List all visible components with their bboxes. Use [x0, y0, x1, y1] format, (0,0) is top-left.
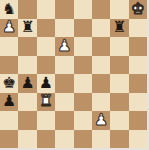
square-f3[interactable]	[92, 93, 110, 112]
square-e1[interactable]	[74, 130, 92, 149]
square-g8[interactable]	[110, 0, 128, 19]
square-c2[interactable]	[37, 111, 55, 130]
square-h2[interactable]	[129, 111, 147, 130]
square-f6[interactable]	[92, 37, 110, 56]
square-c8[interactable]	[37, 0, 55, 19]
square-h5[interactable]	[129, 56, 147, 75]
black-pawn: ♟	[2, 94, 16, 110]
square-c4[interactable]: ♟	[37, 74, 55, 93]
square-b3[interactable]	[18, 93, 36, 112]
white-pawn: ♟	[57, 38, 71, 54]
square-b4[interactable]: ♟	[18, 74, 36, 93]
square-d5[interactable]	[55, 56, 73, 75]
square-c7[interactable]	[37, 19, 55, 38]
square-f7[interactable]	[92, 19, 110, 38]
square-e3[interactable]	[74, 93, 92, 112]
chess-diagram: ♞♚♟♜♜♟♚♟♟♟♜♟	[0, 0, 149, 150]
square-g4[interactable]	[110, 74, 128, 93]
square-e5[interactable]	[74, 56, 92, 75]
square-c3[interactable]: ♜	[37, 93, 55, 112]
square-h4[interactable]	[129, 74, 147, 93]
square-d6[interactable]: ♟	[55, 37, 73, 56]
square-a3[interactable]: ♟	[0, 93, 18, 112]
square-e7[interactable]	[74, 19, 92, 38]
square-g7[interactable]: ♜	[110, 19, 128, 38]
square-b6[interactable]	[18, 37, 36, 56]
black-pawn: ♟	[39, 75, 53, 91]
square-h1[interactable]	[129, 130, 147, 149]
square-c5[interactable]	[37, 56, 55, 75]
square-a1[interactable]	[0, 130, 18, 149]
square-d8[interactable]	[55, 0, 73, 19]
black-knight: ♞	[2, 1, 16, 17]
square-d7[interactable]	[55, 19, 73, 38]
square-h7[interactable]	[129, 19, 147, 38]
square-e8[interactable]	[74, 0, 92, 19]
square-e6[interactable]	[74, 37, 92, 56]
square-a5[interactable]	[0, 56, 18, 75]
square-b7[interactable]: ♜	[18, 19, 36, 38]
square-a4[interactable]: ♚	[0, 74, 18, 93]
square-g3[interactable]	[110, 93, 128, 112]
square-a8[interactable]: ♞	[0, 0, 18, 19]
square-h6[interactable]	[129, 37, 147, 56]
square-h8[interactable]: ♚	[129, 0, 147, 19]
square-g2[interactable]	[110, 111, 128, 130]
black-king: ♚	[2, 75, 16, 91]
white-pawn: ♟	[2, 20, 16, 36]
square-d4[interactable]	[55, 74, 73, 93]
square-f5[interactable]	[92, 56, 110, 75]
black-pawn: ♟	[21, 75, 35, 91]
white-pawn: ♟	[94, 112, 108, 128]
square-b8[interactable]	[18, 0, 36, 19]
square-f8[interactable]	[92, 0, 110, 19]
square-g5[interactable]	[110, 56, 128, 75]
square-b1[interactable]	[18, 130, 36, 149]
square-f1[interactable]	[92, 130, 110, 149]
square-a6[interactable]	[0, 37, 18, 56]
square-g1[interactable]	[110, 130, 128, 149]
black-rook: ♜	[113, 20, 127, 36]
square-d3[interactable]	[55, 93, 73, 112]
square-a7[interactable]: ♟	[0, 19, 18, 38]
square-g6[interactable]	[110, 37, 128, 56]
square-c6[interactable]	[37, 37, 55, 56]
chess-board: ♞♚♟♜♜♟♚♟♟♟♜♟	[0, 0, 147, 148]
square-h3[interactable]	[129, 93, 147, 112]
square-d2[interactable]	[55, 111, 73, 130]
square-f4[interactable]	[92, 74, 110, 93]
square-a2[interactable]	[0, 111, 18, 130]
square-f2[interactable]: ♟	[92, 111, 110, 130]
square-e4[interactable]	[74, 74, 92, 93]
square-b5[interactable]	[18, 56, 36, 75]
white-rook: ♜	[39, 94, 53, 110]
square-b2[interactable]	[18, 111, 36, 130]
square-e2[interactable]	[74, 111, 92, 130]
square-d1[interactable]	[55, 130, 73, 149]
white-king: ♚	[131, 1, 145, 17]
square-c1[interactable]	[37, 130, 55, 149]
black-rook: ♜	[21, 20, 35, 36]
